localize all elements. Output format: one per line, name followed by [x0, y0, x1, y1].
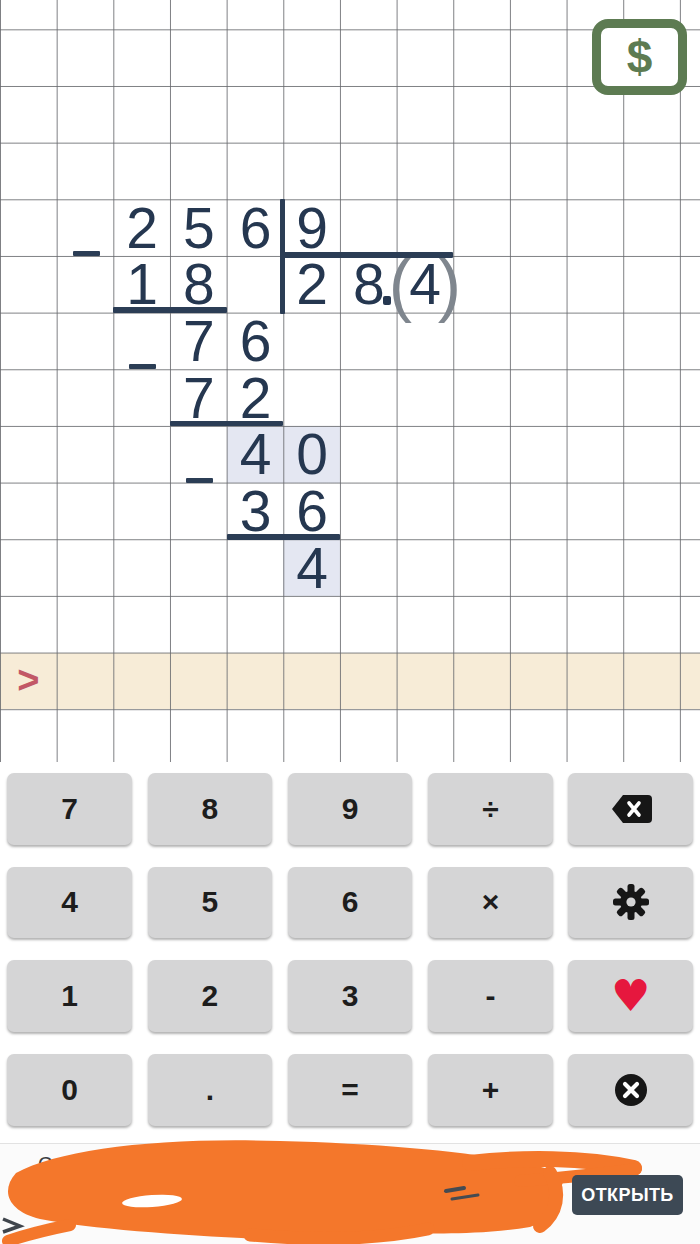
key-label: .: [206, 1073, 214, 1107]
key-label: 9: [342, 792, 359, 826]
division-digit: 7: [170, 369, 227, 426]
key-label: 5: [201, 885, 218, 919]
key-label: 1: [61, 979, 78, 1013]
key-label: ÷: [482, 792, 498, 826]
division-digit: 7: [170, 313, 227, 370]
ad-open-button[interactable]: ОТКРЫТЬ: [572, 1175, 683, 1215]
division-digit: 6: [283, 483, 340, 540]
division-digit: 9: [283, 199, 340, 256]
key-0[interactable]: 0: [7, 1054, 132, 1126]
minus-sign: [73, 251, 100, 256]
division-digit: 2: [283, 256, 340, 313]
key-multiply[interactable]: ×: [428, 867, 553, 939]
division-bar: [280, 199, 285, 313]
grid-lines: [0, 0, 700, 762]
ad-text-fragment: 110%: [505, 1182, 550, 1203]
ad-text-fragment: В: [38, 1186, 49, 1206]
division-digit: 4: [283, 539, 340, 596]
key-label: =: [341, 1073, 359, 1107]
division-digit: 0: [283, 426, 340, 483]
worksheet-area: $ 25691828767240364(4)>: [0, 0, 700, 762]
key-gear[interactable]: [568, 867, 693, 939]
input-prompt: >: [0, 653, 57, 710]
key-heart[interactable]: ♥: [568, 960, 693, 1032]
key-1[interactable]: 1: [7, 960, 132, 1032]
app-screen: $ 25691828767240364(4)> 789÷456×123-♥0.=…: [0, 0, 700, 1244]
key-equals[interactable]: =: [288, 1054, 413, 1126]
key-backspace[interactable]: [568, 773, 693, 845]
subtraction-line: [227, 534, 340, 540]
minus-sign: [129, 364, 156, 369]
key-label: +: [482, 1073, 500, 1107]
division-digit: 6: [227, 313, 284, 370]
key-7[interactable]: 7: [7, 773, 132, 845]
subtraction-line: [170, 421, 283, 427]
key-dot[interactable]: .: [148, 1054, 273, 1126]
division-digit: 2: [227, 369, 284, 426]
division-digit: 4: [227, 426, 284, 483]
division-digit: 1: [113, 256, 170, 313]
key-2[interactable]: 2: [148, 960, 273, 1032]
ad-text-fragment: С: [38, 1153, 52, 1176]
key-9[interactable]: 9: [288, 773, 413, 845]
paren-mark: ): [438, 256, 461, 312]
keypad: 789÷456×123-♥0.=+: [0, 762, 700, 1143]
division-digit: 3: [227, 483, 284, 540]
division-digit: 6: [227, 199, 284, 256]
key-label: 0: [61, 1073, 78, 1107]
key-divide[interactable]: ÷: [428, 773, 553, 845]
gear-icon: [611, 882, 651, 922]
key-label: 7: [61, 792, 78, 826]
key-label: 2: [201, 979, 218, 1013]
key-label: 8: [201, 792, 218, 826]
key-4[interactable]: 4: [7, 867, 132, 939]
minus-sign: [186, 478, 213, 483]
backspace-icon: [608, 792, 654, 826]
key-label: 3: [342, 979, 359, 1013]
close-icon: [612, 1071, 650, 1109]
key-5[interactable]: 5: [148, 867, 273, 939]
key-3[interactable]: 3: [288, 960, 413, 1032]
division-digit: 8: [170, 256, 227, 313]
key-label: 4: [61, 885, 78, 919]
key-label: 6: [342, 885, 359, 919]
key-label: -: [485, 979, 495, 1013]
ad-open-label: ОТКРЫТЬ: [581, 1185, 673, 1206]
decimal-point: [383, 296, 391, 305]
heart-icon: ♥: [611, 974, 650, 1018]
ad-banner[interactable]: 110%В17%С ОТКРЫТЬ: [0, 1143, 700, 1244]
key-8[interactable]: 8: [148, 773, 273, 845]
division-digit: 5: [170, 199, 227, 256]
key-close[interactable]: [568, 1054, 693, 1126]
repeating-digit: (4): [385, 256, 466, 313]
remove-ads-button[interactable]: $: [592, 19, 687, 95]
key-6[interactable]: 6: [288, 867, 413, 939]
key-label: ×: [482, 885, 500, 919]
ad-text-fragment: 17%: [232, 1154, 272, 1177]
repeating-digit-value: 4: [409, 251, 441, 317]
key-minus[interactable]: -: [428, 960, 553, 1032]
subtraction-line: [283, 252, 453, 258]
dollar-icon: $: [627, 34, 653, 80]
division-digit: 2: [113, 199, 170, 256]
subtraction-line: [113, 307, 226, 313]
answer-input-row[interactable]: [0, 653, 700, 710]
key-plus[interactable]: +: [428, 1054, 553, 1126]
